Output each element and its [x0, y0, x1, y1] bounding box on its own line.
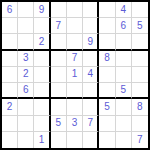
cell-r5c8[interactable]: [116, 67, 132, 83]
cell-r2c2[interactable]: [18, 18, 34, 34]
cell-r3c2[interactable]: [18, 34, 34, 50]
cell-r7c2[interactable]: [18, 99, 34, 115]
cell-r5c6[interactable]: 4: [83, 67, 99, 83]
cell-r8c3[interactable]: [34, 116, 50, 132]
cell-r7c8[interactable]: [116, 99, 132, 115]
cell-r1c8[interactable]: 4: [116, 2, 132, 18]
cell-r8c4[interactable]: 5: [51, 116, 67, 132]
cell-r1c3[interactable]: 9: [34, 2, 50, 18]
cell-r9c2[interactable]: [18, 132, 34, 148]
cell-r1c7[interactable]: [99, 2, 115, 18]
cell-r6c5[interactable]: [67, 83, 83, 99]
cell-r8c9[interactable]: [132, 116, 148, 132]
cell-r6c9[interactable]: [132, 83, 148, 99]
cell-r1c9[interactable]: [132, 2, 148, 18]
cell-r5c2[interactable]: 2: [18, 67, 34, 83]
cell-r7c4[interactable]: [51, 99, 67, 115]
cell-r4c3[interactable]: [34, 51, 50, 67]
sudoku-board: 694765293782146525853717: [0, 0, 150, 150]
cell-r4c7[interactable]: 8: [99, 51, 115, 67]
cell-r8c5[interactable]: 3: [67, 116, 83, 132]
cell-r9c9[interactable]: 7: [132, 132, 148, 148]
cell-r7c1[interactable]: 2: [2, 99, 18, 115]
cell-r6c8[interactable]: 5: [116, 83, 132, 99]
cell-r6c3[interactable]: [34, 83, 50, 99]
cell-r3c6[interactable]: 9: [83, 34, 99, 50]
cell-r9c4[interactable]: [51, 132, 67, 148]
cell-r2c7[interactable]: [99, 18, 115, 34]
cell-r3c3[interactable]: 2: [34, 34, 50, 50]
cell-r5c7[interactable]: [99, 67, 115, 83]
cell-r2c8[interactable]: 6: [116, 18, 132, 34]
cell-r5c5[interactable]: 1: [67, 67, 83, 83]
cell-r1c1[interactable]: 6: [2, 2, 18, 18]
cell-r9c8[interactable]: [116, 132, 132, 148]
cell-r7c6[interactable]: [83, 99, 99, 115]
cell-r2c5[interactable]: [67, 18, 83, 34]
cell-r6c1[interactable]: [2, 83, 18, 99]
cell-r3c1[interactable]: [2, 34, 18, 50]
cell-r8c6[interactable]: 7: [83, 116, 99, 132]
cell-r9c6[interactable]: [83, 132, 99, 148]
cell-r1c2[interactable]: [18, 2, 34, 18]
cell-r3c9[interactable]: [132, 34, 148, 50]
cell-r7c3[interactable]: [34, 99, 50, 115]
cell-r8c7[interactable]: [99, 116, 115, 132]
cell-r6c7[interactable]: [99, 83, 115, 99]
cell-r8c8[interactable]: [116, 116, 132, 132]
cell-r6c4[interactable]: [51, 83, 67, 99]
cell-r4c5[interactable]: 7: [67, 51, 83, 67]
cell-r4c9[interactable]: [132, 51, 148, 67]
cell-r2c3[interactable]: [34, 18, 50, 34]
cell-r2c4[interactable]: 7: [51, 18, 67, 34]
cell-r9c1[interactable]: [2, 132, 18, 148]
cell-r4c2[interactable]: 3: [18, 51, 34, 67]
cell-r2c1[interactable]: [2, 18, 18, 34]
cell-r9c3[interactable]: 1: [34, 132, 50, 148]
cell-r8c1[interactable]: [2, 116, 18, 132]
cell-r4c1[interactable]: [2, 51, 18, 67]
cell-r7c9[interactable]: 8: [132, 99, 148, 115]
cell-r3c4[interactable]: [51, 34, 67, 50]
cell-r5c1[interactable]: [2, 67, 18, 83]
cell-r3c7[interactable]: [99, 34, 115, 50]
cell-r2c6[interactable]: [83, 18, 99, 34]
cell-r6c2[interactable]: 6: [18, 83, 34, 99]
cell-r3c8[interactable]: [116, 34, 132, 50]
cell-r8c2[interactable]: [18, 116, 34, 132]
cell-r6c6[interactable]: [83, 83, 99, 99]
cell-r2c9[interactable]: 5: [132, 18, 148, 34]
cell-r7c5[interactable]: [67, 99, 83, 115]
cell-r9c5[interactable]: [67, 132, 83, 148]
cell-r5c4[interactable]: [51, 67, 67, 83]
cell-r4c4[interactable]: [51, 51, 67, 67]
cell-r7c7[interactable]: 5: [99, 99, 115, 115]
cell-r1c4[interactable]: [51, 2, 67, 18]
cell-r5c9[interactable]: [132, 67, 148, 83]
cell-r4c8[interactable]: [116, 51, 132, 67]
cell-r1c5[interactable]: [67, 2, 83, 18]
cell-r9c7[interactable]: [99, 132, 115, 148]
cell-r1c6[interactable]: [83, 2, 99, 18]
cell-r5c3[interactable]: [34, 67, 50, 83]
cell-r3c5[interactable]: [67, 34, 83, 50]
cell-r4c6[interactable]: [83, 51, 99, 67]
